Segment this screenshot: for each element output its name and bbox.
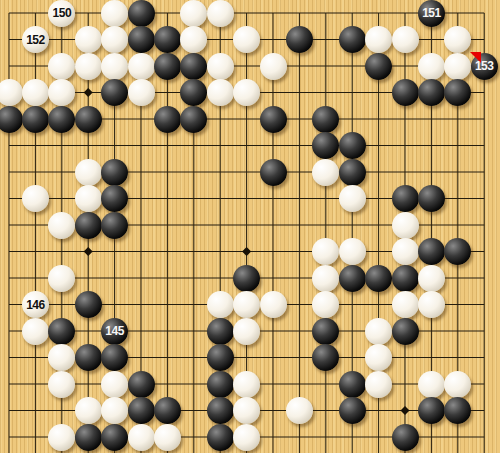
- white-stone: [180, 0, 207, 27]
- white-stone: [75, 397, 102, 424]
- black-stone: [286, 26, 313, 53]
- white-stone: [233, 371, 260, 398]
- white-stone: [207, 0, 234, 27]
- black-stone: [101, 212, 128, 239]
- black-stone: [75, 212, 102, 239]
- white-stone: [418, 371, 445, 398]
- black-stone: [260, 159, 287, 186]
- white-stone: [48, 424, 75, 451]
- white-stone: [75, 185, 102, 212]
- black-stone: [128, 0, 155, 27]
- black-stone: [418, 238, 445, 265]
- white-stone: [22, 318, 49, 345]
- move-number-label: 150: [48, 0, 75, 27]
- white-stone: [444, 371, 471, 398]
- white-stone: [48, 53, 75, 80]
- black-stone: [101, 159, 128, 186]
- black-stone: [154, 53, 181, 80]
- white-stone: [233, 424, 260, 451]
- black-stone: [207, 424, 234, 451]
- white-stone: [101, 0, 128, 27]
- go-board[interactable]: 150151152153146145: [0, 0, 500, 453]
- white-stone: [75, 53, 102, 80]
- white-stone: [207, 79, 234, 106]
- move-number-label: 145: [101, 318, 128, 345]
- black-stone: [392, 185, 419, 212]
- black-stone: [48, 106, 75, 133]
- black-stone: [154, 106, 181, 133]
- white-stone: [418, 265, 445, 292]
- black-stone: [260, 106, 287, 133]
- white-stone: [312, 265, 339, 292]
- move-number-label: 151: [418, 0, 445, 27]
- black-stone: [0, 106, 23, 133]
- white-stone: [207, 291, 234, 318]
- black-stone: [75, 424, 102, 451]
- white-stone: [48, 212, 75, 239]
- white-stone: [233, 397, 260, 424]
- black-stone: [339, 371, 366, 398]
- white-stone: [365, 318, 392, 345]
- black-stone: [128, 397, 155, 424]
- white-stone: [444, 53, 471, 80]
- black-stone: [48, 318, 75, 345]
- white-stone: [0, 79, 23, 106]
- black-stone: [75, 106, 102, 133]
- black-stone: [392, 424, 419, 451]
- white-stone: [22, 185, 49, 212]
- white-stone: [418, 291, 445, 318]
- white-stone: [207, 53, 234, 80]
- star-point: [84, 88, 93, 97]
- black-stone: [339, 159, 366, 186]
- white-stone: [418, 53, 445, 80]
- white-stone: [48, 371, 75, 398]
- white-stone: [312, 159, 339, 186]
- white-stone: [233, 26, 260, 53]
- white-stone: [154, 424, 181, 451]
- white-stone: [233, 291, 260, 318]
- black-stone: [101, 79, 128, 106]
- black-stone: [392, 79, 419, 106]
- black-stone: [180, 53, 207, 80]
- white-stone: [339, 185, 366, 212]
- star-point: [84, 247, 93, 256]
- white-stone: [365, 344, 392, 371]
- black-stone: [128, 26, 155, 53]
- black-stone: [207, 318, 234, 345]
- move-number-label: 146: [22, 291, 49, 318]
- white-stone: [233, 79, 260, 106]
- move-number-label: 153: [471, 53, 498, 80]
- black-stone: [339, 397, 366, 424]
- black-stone: [154, 26, 181, 53]
- white-stone: [101, 53, 128, 80]
- black-stone: [154, 397, 181, 424]
- white-stone: [392, 212, 419, 239]
- white-stone: [75, 159, 102, 186]
- black-stone: [75, 291, 102, 318]
- black-stone: [101, 185, 128, 212]
- black-stone: [418, 397, 445, 424]
- black-stone: [207, 371, 234, 398]
- white-stone: [286, 397, 313, 424]
- white-stone: [392, 291, 419, 318]
- white-stone: [101, 26, 128, 53]
- star-point: [242, 247, 251, 256]
- black-stone: [312, 318, 339, 345]
- white-stone: [128, 53, 155, 80]
- white-stone: [233, 318, 260, 345]
- white-stone: [128, 79, 155, 106]
- white-stone: [339, 238, 366, 265]
- white-stone: [260, 291, 287, 318]
- black-stone: [392, 318, 419, 345]
- white-stone: [48, 265, 75, 292]
- star-point: [400, 406, 409, 415]
- move-number-label: 152: [22, 26, 49, 53]
- white-stone: [75, 26, 102, 53]
- black-stone: [128, 371, 155, 398]
- black-stone: [101, 424, 128, 451]
- white-stone: [392, 26, 419, 53]
- black-stone: [418, 79, 445, 106]
- black-stone: [339, 265, 366, 292]
- white-stone: [365, 26, 392, 53]
- black-stone: [75, 344, 102, 371]
- white-stone: [260, 53, 287, 80]
- black-stone: [207, 397, 234, 424]
- black-stone: [180, 106, 207, 133]
- white-stone: [365, 371, 392, 398]
- white-stone: [101, 397, 128, 424]
- white-stone: [101, 371, 128, 398]
- white-stone: [22, 79, 49, 106]
- white-stone: [128, 424, 155, 451]
- black-stone: [339, 26, 366, 53]
- black-stone: [418, 185, 445, 212]
- black-stone: [233, 265, 260, 292]
- black-stone: [207, 344, 234, 371]
- black-stone: [101, 344, 128, 371]
- black-stone: [312, 106, 339, 133]
- black-stone: [365, 53, 392, 80]
- white-stone: [392, 238, 419, 265]
- black-stone: [392, 265, 419, 292]
- black-stone: [365, 265, 392, 292]
- black-stone: [22, 106, 49, 133]
- black-stone: [339, 132, 366, 159]
